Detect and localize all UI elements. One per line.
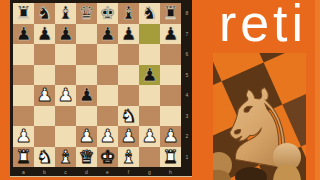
square-h7[interactable]: ♟ [160,24,181,45]
rank-label-3: 3 [182,106,192,127]
white-rook-icon: ♜ [162,147,178,165]
square-g2[interactable]: ♟ [139,126,160,147]
square-e2[interactable]: ♟ [97,126,118,147]
square-a2[interactable]: ♟ [13,126,34,147]
file-label-b: b [34,168,55,176]
rank-label-1: 1 [182,147,192,168]
white-pawn-icon: ♟ [99,127,115,145]
square-g4[interactable] [139,85,160,106]
square-a4[interactable] [13,85,34,106]
square-b7[interactable]: ♟ [34,24,55,45]
square-b3[interactable] [34,106,55,127]
square-d5[interactable] [76,65,97,86]
white-pawn-icon: ♟ [78,127,94,145]
square-e8[interactable]: ♚ [97,3,118,24]
square-e3[interactable] [97,106,118,127]
square-g7[interactable] [139,24,160,45]
square-c6[interactable] [55,44,76,65]
square-g8[interactable]: ♞ [139,3,160,24]
square-f6[interactable] [118,44,139,65]
white-rook-icon: ♜ [15,147,31,165]
square-d2[interactable]: ♟ [76,126,97,147]
square-h2[interactable]: ♟ [160,126,181,147]
square-e6[interactable] [97,44,118,65]
file-label-h: h [160,168,181,176]
black-bishop-icon: ♝ [120,4,136,22]
square-a7[interactable]: ♟ [13,24,34,45]
white-bishop-icon: ♝ [120,147,136,165]
square-g5[interactable]: ♟ [139,65,160,86]
file-label-c: c [55,168,76,176]
black-pawn-icon: ♟ [78,86,94,104]
rank-label-5: 5 [182,65,192,86]
black-king-icon: ♚ [99,4,115,22]
file-label-a: a [13,168,34,176]
white-queen-icon: ♛ [78,147,94,165]
square-h5[interactable] [160,65,181,86]
white-pawn-icon: ♟ [15,127,31,145]
white-knight-icon: ♞ [120,106,136,124]
square-f4[interactable] [118,85,139,106]
square-d8[interactable]: ♛ [76,3,97,24]
white-king-icon: ♚ [99,147,115,165]
square-d1[interactable]: ♛ [76,147,97,168]
square-a3[interactable] [13,106,34,127]
square-g1[interactable] [139,147,160,168]
rank-label-2: 2 [182,126,192,147]
rank-label-8: 8 [182,3,192,24]
file-label-e: e [97,168,118,176]
rank-label-7: 7 [182,24,192,45]
black-pawn-icon: ♟ [36,24,52,42]
black-pawn-icon: ♟ [120,24,136,42]
white-pawn-icon: ♟ [36,86,52,104]
wooden-pawn-right [273,143,301,180]
black-rook-icon: ♜ [15,4,31,22]
board-squares: ♜♞♝♛♚♝♞♜♟♟♟♟♟♟♟♟♟♟♞♟♟♟♟♟♟♜♞♝♛♚♝♜ [13,3,181,167]
square-g3[interactable] [139,106,160,127]
square-b8[interactable]: ♞ [34,3,55,24]
black-pawn-icon: ♟ [99,24,115,42]
rank-label-4: 4 [182,85,192,106]
square-a1[interactable]: ♜ [13,147,34,168]
square-d3[interactable] [76,106,97,127]
square-c8[interactable]: ♝ [55,3,76,24]
rank-label-6: 6 [182,44,192,65]
square-b6[interactable] [34,44,55,65]
square-h8[interactable]: ♜ [160,3,181,24]
square-c2[interactable] [55,126,76,147]
white-pawn-icon: ♟ [120,127,136,145]
white-bishop-icon: ♝ [57,147,73,165]
square-c7[interactable]: ♟ [55,24,76,45]
square-d4[interactable]: ♟ [76,85,97,106]
square-b4[interactable]: ♟ [34,85,55,106]
white-pawn-icon: ♟ [162,127,178,145]
file-label-d: d [76,168,97,176]
square-e1[interactable]: ♚ [97,147,118,168]
white-pawn-icon: ♟ [57,86,73,104]
black-pawn-icon: ♟ [162,24,178,42]
square-h3[interactable] [160,106,181,127]
square-f8[interactable]: ♝ [118,3,139,24]
square-f5[interactable] [118,65,139,86]
square-h6[interactable] [160,44,181,65]
chess-board: ♜♞♝♛♚♝♞♜♟♟♟♟♟♟♟♟♟♟♞♟♟♟♟♟♟♜♞♝♛♚♝♜ 8765432… [10,0,192,177]
rank-coordinates: 87654321 [182,3,192,167]
square-f2[interactable]: ♟ [118,126,139,147]
white-knight-icon: ♞ [36,147,52,165]
square-b5[interactable] [34,65,55,86]
square-c3[interactable] [55,106,76,127]
black-pawn-icon: ♟ [15,24,31,42]
square-d7[interactable] [76,24,97,45]
square-a8[interactable]: ♜ [13,3,34,24]
black-bishop-icon: ♝ [57,4,73,22]
black-queen-icon: ♛ [78,4,94,22]
square-f3[interactable]: ♞ [118,106,139,127]
square-e7[interactable]: ♟ [97,24,118,45]
file-label-g: g [139,168,160,176]
panel-edge-highlight [315,0,320,180]
square-b2[interactable] [34,126,55,147]
white-pawn-icon: ♟ [141,127,157,145]
black-knight-icon: ♞ [36,4,52,22]
square-e5[interactable] [97,65,118,86]
black-rook-icon: ♜ [162,4,178,22]
square-d6[interactable] [76,44,97,65]
square-b1[interactable]: ♞ [34,147,55,168]
black-knight-icon: ♞ [141,4,157,22]
square-a5[interactable] [13,65,34,86]
square-c1[interactable]: ♝ [55,147,76,168]
square-g6[interactable] [139,44,160,65]
square-h4[interactable] [160,85,181,106]
file-label-f: f [118,168,139,176]
square-c5[interactable] [55,65,76,86]
square-f7[interactable]: ♟ [118,24,139,45]
knight-artwork: ♞ [213,53,306,180]
black-pawn-icon: ♟ [57,24,73,42]
square-e4[interactable] [97,85,118,106]
square-a6[interactable] [13,44,34,65]
square-c4[interactable]: ♟ [55,85,76,106]
file-coordinates: abcdefgh [13,168,181,176]
opening-title: reti [206,0,320,53]
square-f1[interactable]: ♝ [118,147,139,168]
black-pawn-icon: ♟ [141,65,157,83]
square-h1[interactable]: ♜ [160,147,181,168]
